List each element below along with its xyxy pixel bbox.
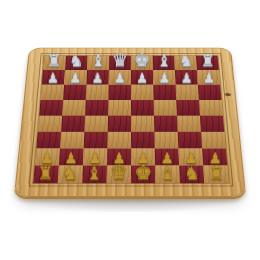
cell-e3[interactable] bbox=[131, 132, 155, 149]
cell-a5[interactable] bbox=[39, 100, 63, 116]
cell-h5[interactable] bbox=[199, 100, 223, 116]
cell-b3[interactable] bbox=[60, 132, 84, 149]
silver-bishop[interactable]: ♝ bbox=[153, 53, 175, 69]
cell-c3[interactable] bbox=[84, 132, 108, 149]
cell-f7[interactable]: ♟ bbox=[153, 70, 176, 85]
cell-c1[interactable]: ♝ bbox=[82, 166, 107, 184]
cell-h3[interactable] bbox=[201, 132, 226, 149]
cell-f8[interactable]: ♝ bbox=[153, 56, 175, 70]
cell-f4[interactable] bbox=[154, 116, 178, 132]
cell-e8[interactable]: ♚ bbox=[131, 56, 153, 70]
cell-g1[interactable]: ♞ bbox=[179, 166, 204, 184]
cell-a8[interactable]: ♜ bbox=[43, 56, 66, 70]
gold-bishop[interactable]: ♝ bbox=[155, 164, 179, 182]
cell-g3[interactable] bbox=[178, 132, 202, 149]
silver-bishop[interactable]: ♝ bbox=[87, 53, 109, 69]
silver-knight[interactable]: ♞ bbox=[65, 53, 87, 69]
silver-rook[interactable]: ♜ bbox=[43, 53, 65, 69]
silver-rook[interactable]: ♜ bbox=[197, 53, 219, 69]
gold-rook[interactable]: ♜ bbox=[204, 164, 228, 182]
silver-king[interactable]: ♚ bbox=[131, 51, 153, 69]
chess-board: ♜♞♝♛♚♝♞♜♟♟♟♟♟♟♟♟♟♟♟♟♟♟♟♟♜♞♝♛♚♝♞♜ bbox=[33, 56, 229, 184]
cell-b6[interactable] bbox=[63, 85, 86, 100]
silver-pawn[interactable]: ♟ bbox=[198, 71, 220, 85]
cell-b7[interactable]: ♟ bbox=[64, 70, 87, 85]
cell-d5[interactable] bbox=[108, 100, 131, 116]
cell-d6[interactable] bbox=[108, 85, 131, 100]
cell-a1[interactable]: ♜ bbox=[33, 166, 59, 184]
silver-pawn[interactable]: ♟ bbox=[86, 71, 108, 85]
silver-queen[interactable]: ♛ bbox=[109, 51, 131, 69]
gold-queen[interactable]: ♛ bbox=[107, 162, 131, 182]
cell-g6[interactable] bbox=[176, 85, 199, 100]
silver-pawn[interactable]: ♟ bbox=[109, 71, 131, 85]
cell-g8[interactable]: ♞ bbox=[174, 56, 197, 70]
cell-e1[interactable]: ♚ bbox=[131, 166, 155, 184]
silver-pawn[interactable]: ♟ bbox=[42, 71, 64, 85]
cell-d1[interactable]: ♛ bbox=[107, 166, 131, 184]
cell-d3[interactable] bbox=[107, 132, 131, 149]
silver-pawn[interactable]: ♟ bbox=[131, 71, 153, 85]
cell-g7[interactable]: ♟ bbox=[175, 70, 198, 85]
silver-pawn[interactable]: ♟ bbox=[153, 71, 175, 85]
gold-knight[interactable]: ♞ bbox=[180, 164, 204, 182]
cell-b4[interactable] bbox=[61, 116, 85, 132]
cell-c8[interactable]: ♝ bbox=[87, 56, 109, 70]
cell-e4[interactable] bbox=[131, 116, 154, 132]
cell-d4[interactable] bbox=[108, 116, 131, 132]
cell-a7[interactable]: ♟ bbox=[42, 70, 65, 85]
cell-c6[interactable] bbox=[86, 85, 109, 100]
cell-a6[interactable] bbox=[40, 85, 64, 100]
silver-pawn[interactable]: ♟ bbox=[176, 71, 198, 85]
cell-c4[interactable] bbox=[84, 116, 108, 132]
cell-h6[interactable] bbox=[198, 85, 222, 100]
cell-b5[interactable] bbox=[62, 100, 86, 116]
cell-a4[interactable] bbox=[38, 116, 62, 132]
cell-f3[interactable] bbox=[154, 132, 178, 149]
silver-pawn[interactable]: ♟ bbox=[64, 71, 86, 85]
gold-bishop[interactable]: ♝ bbox=[82, 164, 106, 182]
cell-g5[interactable] bbox=[176, 100, 200, 116]
cell-c5[interactable] bbox=[85, 100, 108, 116]
cell-e6[interactable] bbox=[131, 85, 154, 100]
cell-d7[interactable]: ♟ bbox=[109, 70, 131, 85]
gold-rook[interactable]: ♜ bbox=[33, 164, 57, 182]
cell-h7[interactable]: ♟ bbox=[197, 70, 220, 85]
cell-h4[interactable] bbox=[200, 116, 224, 132]
cell-g4[interactable] bbox=[177, 116, 201, 132]
cell-e7[interactable]: ♟ bbox=[131, 70, 153, 85]
gold-knight[interactable]: ♞ bbox=[58, 164, 82, 182]
cell-h8[interactable]: ♜ bbox=[196, 56, 219, 70]
chess-board-frame: ♜♞♝♛♚♝♞♜♟♟♟♟♟♟♟♟♟♟♟♟♟♟♟♟♜♞♝♛♚♝♞♜ bbox=[14, 48, 246, 197]
board-scene: ♜♞♝♛♚♝♞♜♟♟♟♟♟♟♟♟♟♟♟♟♟♟♟♟♜♞♝♛♚♝♞♜ bbox=[0, 0, 260, 260]
cell-f1[interactable]: ♝ bbox=[155, 166, 180, 184]
product-photo: ♜♞♝♛♚♝♞♜♟♟♟♟♟♟♟♟♟♟♟♟♟♟♟♟♜♞♝♛♚♝♞♜ bbox=[0, 0, 260, 260]
silver-knight[interactable]: ♞ bbox=[175, 53, 197, 69]
cell-f6[interactable] bbox=[153, 85, 176, 100]
cell-b8[interactable]: ♞ bbox=[65, 56, 88, 70]
cell-e5[interactable] bbox=[131, 100, 154, 116]
cell-a3[interactable] bbox=[36, 132, 61, 149]
gold-king[interactable]: ♚ bbox=[131, 162, 155, 182]
cell-h1[interactable]: ♜ bbox=[203, 166, 229, 184]
cell-d8[interactable]: ♛ bbox=[109, 56, 131, 70]
cell-f5[interactable] bbox=[154, 100, 177, 116]
wood-knot-icon bbox=[224, 92, 233, 97]
cell-c7[interactable]: ♟ bbox=[86, 70, 109, 85]
cell-b1[interactable]: ♞ bbox=[58, 166, 83, 184]
